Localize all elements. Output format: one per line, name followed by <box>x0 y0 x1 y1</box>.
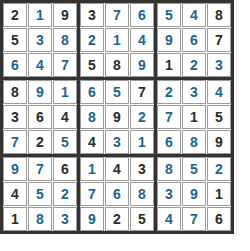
cell-r9c8[interactable]: 7 <box>182 207 206 231</box>
cell-r6c3[interactable]: 5 <box>53 130 77 154</box>
cell-r8c7[interactable]: 3 <box>157 182 181 206</box>
cell-r7c1[interactable]: 9 <box>3 157 27 181</box>
cell-r3c8[interactable]: 2 <box>182 53 206 77</box>
cell-r2c1[interactable]: 5 <box>3 28 27 52</box>
cell-r2c8[interactable]: 6 <box>182 28 206 52</box>
cell-r8c1[interactable]: 4 <box>3 182 27 206</box>
cell-r8c3[interactable]: 2 <box>53 182 77 206</box>
cell-r8c6[interactable]: 8 <box>130 182 154 206</box>
cell-r5c1[interactable]: 3 <box>3 105 27 129</box>
cell-r3c5[interactable]: 8 <box>105 53 129 77</box>
box-6: 234715689 <box>157 80 231 154</box>
cell-r1c1[interactable]: 2 <box>3 3 27 27</box>
cell-r9c1[interactable]: 1 <box>3 207 27 231</box>
cell-r6c4[interactable]: 4 <box>80 130 104 154</box>
cell-r6c1[interactable]: 7 <box>3 130 27 154</box>
cell-r6c6[interactable]: 1 <box>130 130 154 154</box>
box-7: 976452183 <box>3 157 77 231</box>
cell-r6c7[interactable]: 6 <box>157 130 181 154</box>
cell-r5c8[interactable]: 1 <box>182 105 206 129</box>
cell-r1c8[interactable]: 4 <box>182 3 206 27</box>
cell-r8c2[interactable]: 5 <box>28 182 52 206</box>
cell-r4c1[interactable]: 8 <box>3 80 27 104</box>
cell-r5c6[interactable]: 2 <box>130 105 154 129</box>
cell-r4c5[interactable]: 5 <box>105 80 129 104</box>
cell-r9c5[interactable]: 2 <box>105 207 129 231</box>
cell-r9c6[interactable]: 5 <box>130 207 154 231</box>
cell-r1c7[interactable]: 5 <box>157 3 181 27</box>
cell-r6c2[interactable]: 2 <box>28 130 52 154</box>
cell-r8c9[interactable]: 1 <box>207 182 231 206</box>
cell-r8c4[interactable]: 7 <box>80 182 104 206</box>
cell-r7c7[interactable]: 8 <box>157 157 181 181</box>
cell-r2c2[interactable]: 3 <box>28 28 52 52</box>
cell-r7c9[interactable]: 2 <box>207 157 231 181</box>
cell-r4c8[interactable]: 3 <box>182 80 206 104</box>
box-3: 548967123 <box>157 3 231 77</box>
cell-r5c5[interactable]: 9 <box>105 105 129 129</box>
cell-r9c9[interactable]: 6 <box>207 207 231 231</box>
cell-r1c9[interactable]: 8 <box>207 3 231 27</box>
cell-r4c6[interactable]: 7 <box>130 80 154 104</box>
box-5: 657892431 <box>80 80 154 154</box>
cell-r1c2[interactable]: 1 <box>28 3 52 27</box>
cell-r6c9[interactable]: 9 <box>207 130 231 154</box>
cell-r6c8[interactable]: 8 <box>182 130 206 154</box>
box-2: 376214589 <box>80 3 154 77</box>
cell-r7c4[interactable]: 1 <box>80 157 104 181</box>
cell-r9c4[interactable]: 9 <box>80 207 104 231</box>
cell-r4c4[interactable]: 6 <box>80 80 104 104</box>
sudoku-board: 2195386473762145895489671238913647256578… <box>0 0 234 234</box>
cell-r1c6[interactable]: 6 <box>130 3 154 27</box>
box-4: 891364725 <box>3 80 77 154</box>
cell-r6c5[interactable]: 3 <box>105 130 129 154</box>
cell-r2c3[interactable]: 8 <box>53 28 77 52</box>
cell-r5c4[interactable]: 8 <box>80 105 104 129</box>
cell-r3c3[interactable]: 7 <box>53 53 77 77</box>
box-9: 852391476 <box>157 157 231 231</box>
cell-r9c2[interactable]: 8 <box>28 207 52 231</box>
cell-r1c5[interactable]: 7 <box>105 3 129 27</box>
cell-r3c9[interactable]: 3 <box>207 53 231 77</box>
cell-r2c9[interactable]: 7 <box>207 28 231 52</box>
cell-r3c2[interactable]: 4 <box>28 53 52 77</box>
cell-r5c9[interactable]: 5 <box>207 105 231 129</box>
cell-r9c3[interactable]: 3 <box>53 207 77 231</box>
cell-r4c2[interactable]: 9 <box>28 80 52 104</box>
box-8: 143768925 <box>80 157 154 231</box>
cell-r3c6[interactable]: 9 <box>130 53 154 77</box>
cell-r2c7[interactable]: 9 <box>157 28 181 52</box>
cell-r8c5[interactable]: 6 <box>105 182 129 206</box>
cell-r1c3[interactable]: 9 <box>53 3 77 27</box>
cell-r5c7[interactable]: 7 <box>157 105 181 129</box>
cell-r1c4[interactable]: 3 <box>80 3 104 27</box>
cell-r4c7[interactable]: 2 <box>157 80 181 104</box>
cell-r7c8[interactable]: 5 <box>182 157 206 181</box>
cell-r3c7[interactable]: 1 <box>157 53 181 77</box>
cell-r4c9[interactable]: 4 <box>207 80 231 104</box>
cell-r5c3[interactable]: 4 <box>53 105 77 129</box>
cell-r7c6[interactable]: 3 <box>130 157 154 181</box>
cell-r2c4[interactable]: 2 <box>80 28 104 52</box>
cell-r8c8[interactable]: 9 <box>182 182 206 206</box>
cell-r7c5[interactable]: 4 <box>105 157 129 181</box>
cell-r3c1[interactable]: 6 <box>3 53 27 77</box>
cell-r7c3[interactable]: 6 <box>53 157 77 181</box>
cell-r4c3[interactable]: 1 <box>53 80 77 104</box>
cell-r2c5[interactable]: 1 <box>105 28 129 52</box>
box-1: 219538647 <box>3 3 77 77</box>
cell-r5c2[interactable]: 6 <box>28 105 52 129</box>
cell-r7c2[interactable]: 7 <box>28 157 52 181</box>
cell-r3c4[interactable]: 5 <box>80 53 104 77</box>
cell-r2c6[interactable]: 4 <box>130 28 154 52</box>
cell-r9c7[interactable]: 4 <box>157 207 181 231</box>
